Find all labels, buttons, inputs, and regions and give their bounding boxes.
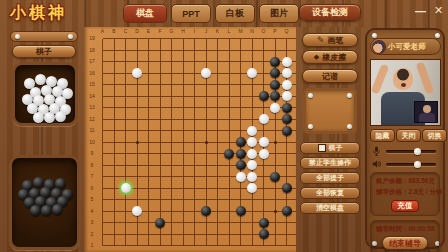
video-arm-left xyxy=(371,64,390,95)
stone-white[interactable] xyxy=(247,160,257,170)
video-button-row: 隐藏关闭切换 xyxy=(370,129,447,142)
handle-peg-left xyxy=(15,34,20,39)
close-video-button[interactable]: 关闭 xyxy=(396,129,421,142)
column-label: N xyxy=(247,29,257,34)
teacher-video[interactable] xyxy=(370,59,441,126)
stone-white[interactable] xyxy=(282,80,292,90)
handle-peg-right xyxy=(68,34,73,39)
tab-board[interactable]: 棋盘 xyxy=(123,4,167,23)
grid-line-h xyxy=(103,188,297,189)
stone-black[interactable] xyxy=(155,218,165,228)
speaker-volume-row xyxy=(372,159,442,169)
teacher-name: 小可爱老师 xyxy=(388,42,426,52)
speaker-icon xyxy=(372,159,381,169)
stone-white[interactable] xyxy=(247,172,257,182)
grid-line-h xyxy=(103,176,297,177)
session-box: 辅导时间：00:00:58 结束辅导 xyxy=(370,220,440,252)
stone-white[interactable] xyxy=(132,206,142,216)
column-label: H xyxy=(178,29,188,34)
stone-black[interactable] xyxy=(270,80,280,90)
session-time-value: 00:00:58 xyxy=(409,225,435,232)
row-label: 5 xyxy=(86,197,98,202)
stone-black[interactable] xyxy=(282,206,292,216)
eraser-icon: ◆ xyxy=(314,53,319,61)
column-label: D xyxy=(132,29,142,34)
price-line: 辅导价格：2.8元 / 分钟 xyxy=(376,188,442,197)
column-label: P xyxy=(270,29,280,34)
forbid-student-action-button[interactable]: 禁止学生操作 xyxy=(300,157,360,169)
stone-white[interactable] xyxy=(270,103,280,113)
tab-image[interactable]: 图片 xyxy=(259,4,299,23)
bowl-white-stone xyxy=(33,112,44,123)
column-label: B xyxy=(109,29,119,34)
stone-black[interactable] xyxy=(224,149,234,159)
top-tab-bar: 棋盘PPT白板图片 xyxy=(123,4,299,23)
balance-value: 683.56元 xyxy=(409,177,435,184)
stone-white[interactable] xyxy=(236,172,246,182)
speaker-slider[interactable] xyxy=(386,163,436,166)
tool-column: ✎画笔 ◆橡皮擦 记谱 棋子禁止学生操作全部提子全部恢复清空棋盘 xyxy=(296,27,365,252)
switch-video-button[interactable]: 切换 xyxy=(422,129,447,142)
column-label: J xyxy=(201,29,211,34)
bowl-white-stone xyxy=(55,111,66,122)
device-check-button[interactable]: 设备检测 xyxy=(299,4,361,21)
stone-black[interactable] xyxy=(270,57,280,67)
black-stones-bowl[interactable] xyxy=(9,155,80,250)
grid-line-h xyxy=(103,107,297,108)
row-label: 7 xyxy=(86,174,98,179)
teacher-panel: 小可爱老师 隐藏关闭切换 xyxy=(365,28,445,249)
stone-black[interactable] xyxy=(270,172,280,182)
row-label: 11 xyxy=(86,128,98,133)
stone-white[interactable] xyxy=(259,114,269,124)
session-time-line: 辅导时间：00:00:58 xyxy=(376,225,435,234)
column-label: Q xyxy=(282,29,292,34)
row-label: 1 xyxy=(86,243,98,248)
teacher-name-card[interactable]: 小可爱老师 xyxy=(370,38,441,55)
stone-white[interactable] xyxy=(247,126,257,136)
grid-line-h xyxy=(103,50,297,51)
grid-line-v xyxy=(229,39,230,246)
stone-black[interactable] xyxy=(259,91,269,101)
column-label: E xyxy=(144,29,154,34)
grid-line-h xyxy=(103,165,297,166)
app-logo: 小棋神 xyxy=(10,3,67,24)
microphone-icon xyxy=(372,146,381,156)
recharge-button[interactable]: 充值 xyxy=(391,200,419,212)
row-label: 10 xyxy=(86,140,98,145)
account-box: 账户余额：683.56元 辅导价格：2.8元 / 分钟 充值 xyxy=(370,172,440,216)
stone-black[interactable] xyxy=(236,206,246,216)
stone-black[interactable] xyxy=(259,229,269,239)
mic-volume-row xyxy=(372,146,442,156)
panel-peg xyxy=(435,33,440,38)
hide-video-button[interactable]: 隐藏 xyxy=(370,129,395,142)
video-arm-right xyxy=(416,62,434,95)
row-label: 17 xyxy=(86,59,98,64)
stone-black[interactable] xyxy=(201,206,211,216)
grid-line-h xyxy=(103,199,297,200)
restore-all-button[interactable]: 全部恢复 xyxy=(300,187,360,199)
bowl-black-stone xyxy=(41,205,52,216)
row-label: 4 xyxy=(86,209,98,214)
stone-black[interactable] xyxy=(282,103,292,113)
column-label: M xyxy=(236,29,246,34)
go-board[interactable]: A19B18C17D16E15F14G13H12I11J10K9L8M7N6O5… xyxy=(84,27,296,252)
stone-black[interactable] xyxy=(236,137,246,147)
grid-line-h xyxy=(103,38,297,39)
tab-ppt[interactable]: PPT xyxy=(171,4,211,23)
capture-all-button[interactable]: 全部提子 xyxy=(300,172,360,184)
minimize-button[interactable]: — xyxy=(414,4,427,17)
bowl-black-stone xyxy=(30,205,41,216)
stone-white[interactable] xyxy=(247,137,257,147)
toggle-stones-button[interactable]: 棋子 xyxy=(300,142,360,154)
stone-white[interactable] xyxy=(259,137,269,147)
stone-black[interactable] xyxy=(236,149,246,159)
price-value: 2.8元 / 分钟 xyxy=(409,188,443,195)
pip-face xyxy=(423,105,431,113)
stone-white[interactable] xyxy=(121,183,131,193)
close-button[interactable]: ✕ xyxy=(432,4,445,17)
row-label: 16 xyxy=(86,71,98,76)
row-label: 3 xyxy=(86,220,98,225)
column-label: I xyxy=(190,29,200,34)
star-point xyxy=(136,141,139,144)
column-label: G xyxy=(167,29,177,34)
star-point xyxy=(274,141,277,144)
stone-white[interactable] xyxy=(282,57,292,67)
pen-icon: ✎ xyxy=(317,35,325,45)
pip-body xyxy=(419,113,435,122)
row-label: 12 xyxy=(86,117,98,122)
bowl-black-stone xyxy=(33,177,44,188)
stone-white[interactable] xyxy=(282,68,292,78)
stone-white[interactable] xyxy=(247,68,257,78)
row-label: 2 xyxy=(86,232,98,237)
row-label: 13 xyxy=(86,105,98,110)
star-point xyxy=(274,210,277,213)
teacher-avatar xyxy=(373,41,385,53)
pen-button[interactable]: ✎画笔 xyxy=(302,33,358,47)
white-stones-bowl[interactable] xyxy=(12,62,78,126)
mic-slider[interactable] xyxy=(386,150,436,153)
tray-peg xyxy=(308,93,313,98)
grid-line-v xyxy=(217,39,218,246)
column-label: A xyxy=(98,29,108,34)
stone-white[interactable] xyxy=(259,149,269,159)
tray-peg xyxy=(347,93,352,98)
row-label: 8 xyxy=(86,163,98,168)
row-label: 19 xyxy=(86,36,98,41)
stone-white[interactable] xyxy=(247,149,257,159)
star-point xyxy=(205,141,208,144)
grid-line-h xyxy=(103,61,297,62)
stone-black[interactable] xyxy=(259,218,269,228)
grid-line-h xyxy=(103,84,297,85)
app-window: 小棋神 棋盘PPT白板图片 设备检测 — ✕ 棋子 A19B18C17D16E1… xyxy=(0,0,448,252)
tray-peg xyxy=(308,124,313,129)
row-label: 18 xyxy=(86,48,98,53)
tray-peg xyxy=(347,124,352,129)
stone-white[interactable] xyxy=(132,68,142,78)
grid-line-h xyxy=(103,130,297,131)
bowl-white-stone xyxy=(44,112,55,123)
notation-button[interactable]: 记谱 xyxy=(302,69,358,83)
eraser-button[interactable]: ◆橡皮擦 xyxy=(302,50,358,64)
capture-tray[interactable] xyxy=(303,88,357,134)
speaker-slider-knob[interactable] xyxy=(414,161,421,168)
column-label: K xyxy=(213,29,223,34)
stone-white[interactable] xyxy=(247,183,257,193)
row-label: 9 xyxy=(86,151,98,156)
column-label: O xyxy=(259,29,269,34)
stone-black[interactable] xyxy=(282,114,292,124)
row-label: 15 xyxy=(86,82,98,87)
stones-tray-label[interactable]: 棋子 xyxy=(12,45,76,58)
row-label: 14 xyxy=(86,94,98,99)
checkbox-icon[interactable] xyxy=(318,144,326,152)
column-label: F xyxy=(155,29,165,34)
column-label: L xyxy=(224,29,234,34)
grid-line-h xyxy=(103,245,297,246)
bowl-black-stone xyxy=(52,204,63,215)
row-label: 6 xyxy=(86,186,98,191)
stone-white[interactable] xyxy=(201,68,211,78)
stone-white[interactable] xyxy=(282,91,292,101)
stone-black[interactable] xyxy=(270,68,280,78)
stone-black[interactable] xyxy=(282,183,292,193)
tab-whiteboard[interactable]: 白板 xyxy=(215,4,255,23)
video-mouth xyxy=(401,83,406,87)
balance-line: 账户余额：683.56元 xyxy=(376,177,435,186)
clear-board-button[interactable]: 清空棋盘 xyxy=(300,202,360,214)
stone-black[interactable] xyxy=(270,91,280,101)
end-session-button[interactable]: 结束辅导 xyxy=(382,236,428,250)
column-label: C xyxy=(121,29,131,34)
mic-slider-knob[interactable] xyxy=(414,148,421,155)
left-panel-handle[interactable] xyxy=(10,31,78,42)
stone-black[interactable] xyxy=(282,126,292,136)
pip-video[interactable] xyxy=(414,101,438,123)
stone-black[interactable] xyxy=(236,160,246,170)
bowl-white-stone xyxy=(35,74,46,85)
